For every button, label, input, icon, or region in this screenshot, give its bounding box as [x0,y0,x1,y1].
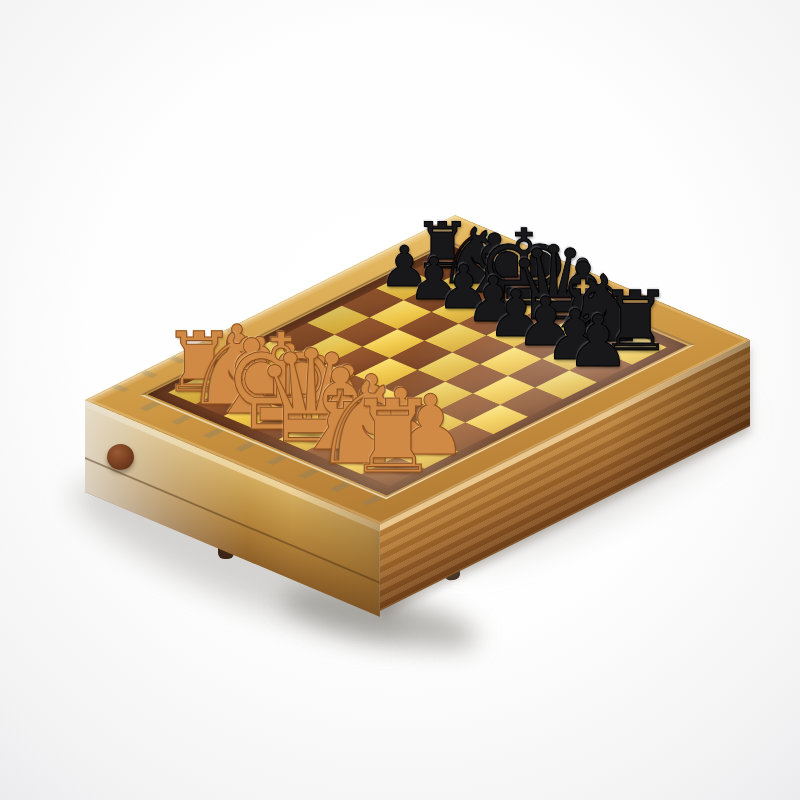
product-photo: ♜♞♝♛♚♝♞♜♟♟♟♟♟♟♟♟♟♟♟♟♟♟♟♟♜♞♝♛♚♝♞♜ [0,0,800,800]
drawer-knob [107,444,134,470]
